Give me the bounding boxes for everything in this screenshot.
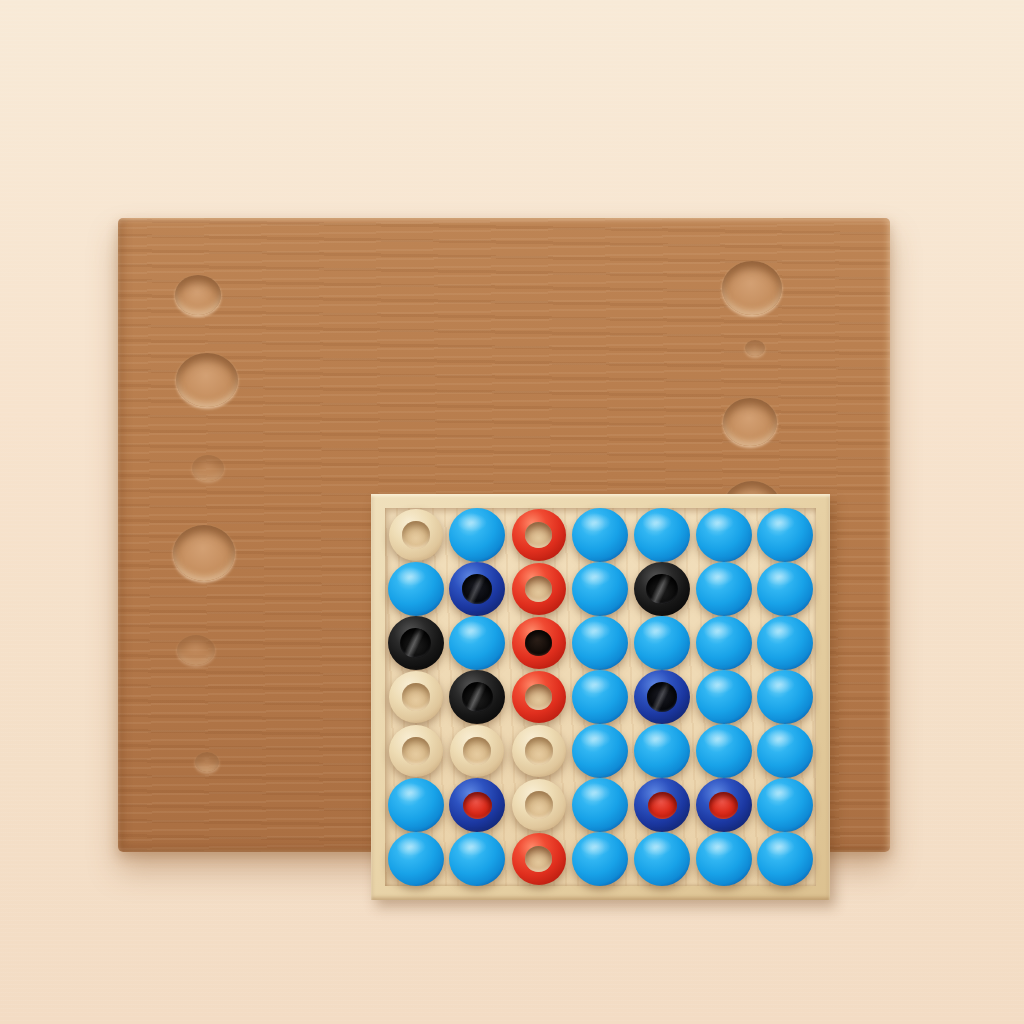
piece-blue-disc[interactable] <box>757 616 813 670</box>
piece-tan-ring[interactable] <box>450 725 504 777</box>
piece-tan-ring[interactable] <box>389 671 443 723</box>
cell-r1c5[interactable] <box>631 508 693 562</box>
cell-r5c2[interactable] <box>447 724 509 778</box>
board-recess <box>192 455 224 481</box>
piece-blue-disc[interactable] <box>634 832 690 886</box>
cell-r5c3[interactable] <box>508 724 570 778</box>
cell-r3c5[interactable] <box>631 616 693 670</box>
cell-r2c2[interactable] <box>447 562 509 616</box>
cell-r7c2[interactable] <box>447 832 509 886</box>
cell-r2c6[interactable] <box>693 562 755 616</box>
cell-r2c5[interactable] <box>631 562 693 616</box>
piece-blue-disc[interactable] <box>757 562 813 616</box>
piece-blue-disc[interactable] <box>572 778 628 832</box>
piece-blue-disc[interactable] <box>449 616 505 670</box>
cell-r4c1[interactable] <box>385 670 447 724</box>
board-recess <box>745 340 765 356</box>
piece-blue-ring-black-center[interactable] <box>634 670 690 724</box>
piece-blue-disc[interactable] <box>696 562 752 616</box>
piece-tan-ring[interactable] <box>512 725 566 777</box>
cell-r3c7[interactable] <box>754 616 816 670</box>
piece-blue-disc[interactable] <box>449 508 505 562</box>
piece-tan-ring[interactable] <box>389 509 443 561</box>
cell-r3c1[interactable] <box>385 616 447 670</box>
piece-blue-disc[interactable] <box>572 832 628 886</box>
cell-r2c3[interactable] <box>508 562 570 616</box>
piece-blue-ring-red-center[interactable] <box>634 778 690 832</box>
cell-r2c4[interactable] <box>570 562 632 616</box>
inner-frame <box>371 494 830 900</box>
cell-r7c1[interactable] <box>385 832 447 886</box>
piece-blue-disc[interactable] <box>696 670 752 724</box>
disc-grid <box>385 508 816 886</box>
cell-r1c3[interactable] <box>508 508 570 562</box>
piece-blue-disc[interactable] <box>757 724 813 778</box>
cell-r4c3[interactable] <box>508 670 570 724</box>
board-recess <box>195 752 219 772</box>
cell-r1c1[interactable] <box>385 508 447 562</box>
piece-black-disc[interactable] <box>449 670 505 724</box>
piece-tan-ring[interactable] <box>389 725 443 777</box>
game-board <box>118 218 890 852</box>
piece-blue-disc[interactable] <box>757 670 813 724</box>
cell-r1c6[interactable] <box>693 508 755 562</box>
cell-r4c7[interactable] <box>754 670 816 724</box>
piece-blue-disc[interactable] <box>634 508 690 562</box>
cell-r6c5[interactable] <box>631 778 693 832</box>
piece-red-ring[interactable] <box>512 509 566 561</box>
cell-r5c1[interactable] <box>385 724 447 778</box>
piece-blue-disc[interactable] <box>449 832 505 886</box>
piece-blue-disc[interactable] <box>696 724 752 778</box>
piece-blue-disc[interactable] <box>757 508 813 562</box>
cell-r1c4[interactable] <box>570 508 632 562</box>
piece-red-ring-black-center[interactable] <box>512 617 566 669</box>
cell-r5c4[interactable] <box>570 724 632 778</box>
piece-blue-disc[interactable] <box>757 832 813 886</box>
piece-black-disc[interactable] <box>634 562 690 616</box>
piece-blue-disc[interactable] <box>572 508 628 562</box>
cell-r3c4[interactable] <box>570 616 632 670</box>
cell-r2c7[interactable] <box>754 562 816 616</box>
cell-r2c1[interactable] <box>385 562 447 616</box>
piece-blue-disc[interactable] <box>572 562 628 616</box>
cell-r1c7[interactable] <box>754 508 816 562</box>
piece-blue-disc[interactable] <box>572 724 628 778</box>
cell-r7c7[interactable] <box>754 832 816 886</box>
cell-r7c4[interactable] <box>570 832 632 886</box>
cell-r5c6[interactable] <box>693 724 755 778</box>
piece-red-ring[interactable] <box>512 833 566 885</box>
piece-tan-ring[interactable] <box>512 779 566 831</box>
cell-r7c3[interactable] <box>508 832 570 886</box>
cell-r6c3[interactable] <box>508 778 570 832</box>
piece-blue-disc[interactable] <box>757 778 813 832</box>
cell-r4c4[interactable] <box>570 670 632 724</box>
piece-red-ring[interactable] <box>512 563 566 615</box>
piece-blue-disc[interactable] <box>696 616 752 670</box>
cell-r4c5[interactable] <box>631 670 693 724</box>
piece-blue-disc[interactable] <box>696 832 752 886</box>
piece-blue-disc[interactable] <box>388 562 444 616</box>
cell-r3c2[interactable] <box>447 616 509 670</box>
piece-blue-disc[interactable] <box>696 508 752 562</box>
scene <box>0 0 1024 1024</box>
piece-red-ring[interactable] <box>512 671 566 723</box>
cell-r5c5[interactable] <box>631 724 693 778</box>
cell-r7c6[interactable] <box>693 832 755 886</box>
board-recess <box>722 261 782 315</box>
board-recess <box>173 525 235 581</box>
cell-r4c2[interactable] <box>447 670 509 724</box>
piece-blue-ring-red-center[interactable] <box>449 778 505 832</box>
cell-r6c2[interactable] <box>447 778 509 832</box>
cell-r3c3[interactable] <box>508 616 570 670</box>
cell-r3c6[interactable] <box>693 616 755 670</box>
piece-blue-disc[interactable] <box>572 670 628 724</box>
piece-blue-ring-black-center[interactable] <box>449 562 505 616</box>
piece-blue-ring-red-center[interactable] <box>696 778 752 832</box>
piece-black-disc[interactable] <box>388 616 444 670</box>
board-recess <box>177 635 215 665</box>
cell-r4c6[interactable] <box>693 670 755 724</box>
piece-blue-disc[interactable] <box>634 616 690 670</box>
piece-blue-disc[interactable] <box>572 616 628 670</box>
cell-r7c5[interactable] <box>631 832 693 886</box>
board-recess <box>723 398 777 446</box>
cell-r6c6[interactable] <box>693 778 755 832</box>
piece-blue-disc[interactable] <box>388 832 444 886</box>
board-recess <box>175 275 221 315</box>
board-recess <box>176 353 238 407</box>
cell-r1c2[interactable] <box>447 508 509 562</box>
cell-r6c4[interactable] <box>570 778 632 832</box>
cell-r6c7[interactable] <box>754 778 816 832</box>
piece-blue-disc[interactable] <box>388 778 444 832</box>
cell-r5c7[interactable] <box>754 724 816 778</box>
cell-r6c1[interactable] <box>385 778 447 832</box>
piece-blue-disc[interactable] <box>634 724 690 778</box>
